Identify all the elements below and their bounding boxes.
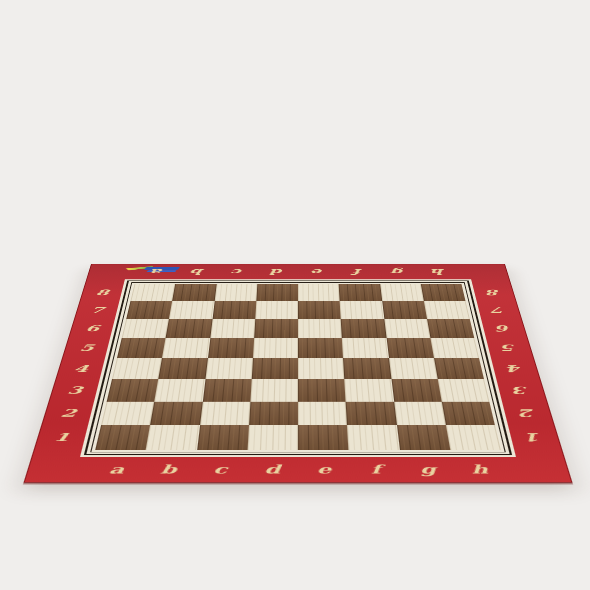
square-f6[interactable] bbox=[341, 319, 386, 338]
rank-label-cell: 6 bbox=[481, 319, 527, 338]
file-label: d bbox=[272, 268, 285, 275]
rank-label-cell: 3 bbox=[50, 379, 100, 401]
square-e7[interactable] bbox=[298, 301, 341, 319]
rank-label-cell: 8 bbox=[81, 284, 124, 301]
logo-text-line bbox=[144, 267, 180, 269]
rank-label: 7 bbox=[90, 306, 105, 314]
file-label-cell: c bbox=[193, 457, 247, 482]
rank-label-cell: 2 bbox=[42, 401, 94, 425]
square-c2[interactable] bbox=[200, 401, 251, 425]
square-d4[interactable] bbox=[252, 358, 298, 379]
square-e5[interactable] bbox=[298, 338, 343, 358]
square-h1[interactable] bbox=[446, 425, 501, 450]
square-f7[interactable] bbox=[340, 301, 384, 319]
file-label: e bbox=[316, 463, 331, 475]
square-h2[interactable] bbox=[441, 401, 494, 425]
square-b1[interactable] bbox=[146, 425, 200, 450]
rank-label: 2 bbox=[60, 408, 78, 418]
rank-label: 5 bbox=[501, 343, 517, 352]
square-e2[interactable] bbox=[298, 401, 347, 425]
square-f3[interactable] bbox=[344, 379, 393, 401]
rank-label-cell: 7 bbox=[75, 301, 119, 319]
file-label-cell: b bbox=[140, 457, 196, 482]
square-g5[interactable] bbox=[386, 338, 434, 358]
square-f2[interactable] bbox=[346, 401, 397, 425]
rank-label-cell: 5 bbox=[486, 338, 533, 358]
file-label: c bbox=[213, 463, 228, 475]
square-e4[interactable] bbox=[298, 358, 344, 379]
rank-label-cell: 3 bbox=[496, 379, 546, 401]
playing-area bbox=[80, 279, 516, 457]
file-label-cell: c bbox=[217, 264, 258, 279]
rank-label: 3 bbox=[512, 385, 529, 395]
square-f1[interactable] bbox=[347, 425, 399, 450]
square-f8[interactable] bbox=[339, 284, 382, 301]
file-label: f bbox=[370, 463, 381, 475]
square-g3[interactable] bbox=[391, 379, 441, 401]
file-label-cell: a bbox=[88, 457, 145, 482]
square-f5[interactable] bbox=[342, 338, 388, 358]
rank-label-cell: 5 bbox=[63, 338, 110, 358]
square-h4[interactable] bbox=[434, 358, 484, 379]
square-e3[interactable] bbox=[298, 379, 346, 401]
square-d1[interactable] bbox=[247, 425, 298, 450]
file-labels-bottom: abcdefgh bbox=[88, 457, 509, 482]
file-label-cell: h bbox=[417, 264, 460, 279]
square-b6[interactable] bbox=[166, 319, 212, 338]
square-f4[interactable] bbox=[343, 358, 391, 379]
rank-label: 6 bbox=[496, 324, 512, 332]
rank-label: 7 bbox=[491, 306, 506, 314]
file-label: a bbox=[108, 463, 125, 475]
square-b8[interactable] bbox=[172, 284, 216, 301]
rank-label: 6 bbox=[84, 324, 100, 332]
file-label-cell: g bbox=[377, 264, 419, 279]
square-g1[interactable] bbox=[396, 425, 450, 450]
file-label: c bbox=[232, 268, 243, 275]
square-b4[interactable] bbox=[159, 358, 208, 379]
scene: abcdefgh abcdefgh 87654321 87654321 bbox=[0, 0, 590, 590]
square-g7[interactable] bbox=[382, 301, 427, 319]
square-a1[interactable] bbox=[95, 425, 150, 450]
rank-label-cell: 4 bbox=[57, 358, 105, 379]
square-h5[interactable] bbox=[430, 338, 479, 358]
square-h7[interactable] bbox=[424, 301, 470, 319]
square-d6[interactable] bbox=[254, 319, 298, 338]
file-label: f bbox=[354, 268, 362, 275]
rank-label: 3 bbox=[66, 385, 83, 395]
square-d5[interactable] bbox=[253, 338, 298, 358]
rank-label: 4 bbox=[73, 364, 90, 373]
file-label: h bbox=[470, 463, 489, 475]
square-g4[interactable] bbox=[389, 358, 438, 379]
square-a5[interactable] bbox=[117, 338, 166, 358]
file-label: h bbox=[431, 268, 445, 275]
square-d2[interactable] bbox=[249, 401, 298, 425]
brand-logo bbox=[124, 265, 197, 275]
rank-label-cell: 1 bbox=[508, 425, 561, 450]
rank-label: 8 bbox=[486, 289, 501, 297]
rank-label-cell: 8 bbox=[472, 284, 515, 301]
square-a8[interactable] bbox=[131, 284, 176, 301]
rank-label-cell: 6 bbox=[69, 319, 115, 338]
square-a3[interactable] bbox=[107, 379, 159, 401]
square-d8[interactable] bbox=[256, 284, 298, 301]
rank-label: 8 bbox=[95, 289, 110, 297]
square-b7[interactable] bbox=[169, 301, 214, 319]
file-label: b bbox=[159, 463, 177, 475]
square-b3[interactable] bbox=[155, 379, 205, 401]
file-label: e bbox=[312, 268, 324, 275]
file-label-cell: e bbox=[298, 457, 351, 482]
file-label: g bbox=[392, 268, 405, 275]
square-a6[interactable] bbox=[122, 319, 169, 338]
square-d3[interactable] bbox=[250, 379, 298, 401]
file-label-cell: g bbox=[400, 457, 456, 482]
rank-label-cell: 1 bbox=[35, 425, 88, 450]
square-b2[interactable] bbox=[150, 401, 202, 425]
square-e1[interactable] bbox=[298, 425, 349, 450]
file-label-cell: d bbox=[245, 457, 298, 482]
rank-label-cell: 4 bbox=[491, 358, 539, 379]
rank-label: 1 bbox=[525, 432, 543, 443]
square-e8[interactable] bbox=[298, 284, 340, 301]
logo-text-line bbox=[147, 270, 177, 272]
file-label: d bbox=[264, 463, 280, 475]
square-a2[interactable] bbox=[101, 401, 154, 425]
square-c4[interactable] bbox=[205, 358, 253, 379]
square-c5[interactable] bbox=[208, 338, 254, 358]
rank-label: 4 bbox=[507, 364, 524, 373]
square-d7[interactable] bbox=[255, 301, 298, 319]
file-label: g bbox=[419, 463, 437, 475]
square-a7[interactable] bbox=[126, 301, 172, 319]
square-c3[interactable] bbox=[202, 379, 251, 401]
square-h3[interactable] bbox=[437, 379, 489, 401]
square-g2[interactable] bbox=[394, 401, 446, 425]
rank-label: 1 bbox=[52, 432, 70, 443]
file-label-cell: e bbox=[298, 264, 339, 279]
square-c1[interactable] bbox=[197, 425, 249, 450]
square-g6[interactable] bbox=[384, 319, 430, 338]
square-c6[interactable] bbox=[210, 319, 255, 338]
square-h6[interactable] bbox=[427, 319, 474, 338]
square-e6[interactable] bbox=[298, 319, 342, 338]
rank-label-cell: 2 bbox=[502, 401, 554, 425]
file-label-cell: f bbox=[338, 264, 379, 279]
board-grid bbox=[95, 284, 501, 450]
square-h8[interactable] bbox=[421, 284, 466, 301]
rank-label: 2 bbox=[519, 408, 537, 418]
file-label-cell: f bbox=[349, 457, 403, 482]
file-label-cell: h bbox=[451, 457, 508, 482]
file-label-cell: d bbox=[257, 264, 298, 279]
square-g8[interactable] bbox=[380, 284, 424, 301]
square-c8[interactable] bbox=[214, 284, 257, 301]
rank-label-cell: 7 bbox=[477, 301, 521, 319]
chessboard-mat: abcdefgh abcdefgh 87654321 87654321 bbox=[24, 264, 573, 483]
rank-label: 5 bbox=[79, 343, 95, 352]
square-a4[interactable] bbox=[112, 358, 162, 379]
square-c7[interactable] bbox=[212, 301, 256, 319]
square-b5[interactable] bbox=[162, 338, 210, 358]
